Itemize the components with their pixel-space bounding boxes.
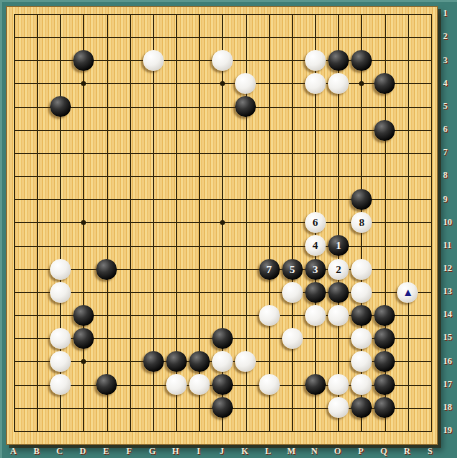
board-cell-Q3[interactable] — [373, 49, 396, 72]
board-cell-M1[interactable] — [281, 3, 304, 26]
board-cell-M4[interactable] — [281, 72, 304, 95]
board-cell-L9[interactable] — [257, 188, 280, 211]
board-cell-E7[interactable] — [95, 142, 118, 165]
board-cell-Q15[interactable] — [373, 327, 396, 350]
board-cell-G13[interactable] — [142, 281, 165, 304]
board-cell-G16[interactable] — [142, 350, 165, 373]
board-cell-B2[interactable] — [26, 26, 49, 49]
board-cell-Q6[interactable] — [373, 119, 396, 142]
board-cell-N15[interactable] — [304, 327, 327, 350]
board-cell-F19[interactable] — [119, 420, 142, 443]
board-cell-E13[interactable] — [95, 281, 118, 304]
board-cell-G5[interactable] — [142, 95, 165, 118]
board-cell-B18[interactable] — [26, 396, 49, 419]
board-cell-N19[interactable] — [304, 420, 327, 443]
board-cell-G9[interactable] — [142, 188, 165, 211]
board-cell-H2[interactable] — [165, 26, 188, 49]
board-cell-L15[interactable] — [257, 327, 280, 350]
board-cell-J11[interactable] — [211, 234, 234, 257]
board-cell-N17[interactable] — [304, 373, 327, 396]
board-cell-L12[interactable]: 7 — [257, 257, 280, 280]
board-cell-P14[interactable] — [350, 304, 373, 327]
board-cell-I14[interactable] — [188, 304, 211, 327]
board-cell-L6[interactable] — [257, 119, 280, 142]
board-cell-N16[interactable] — [304, 350, 327, 373]
board-cell-D8[interactable] — [72, 165, 95, 188]
board-cell-N10[interactable]: 6 — [304, 211, 327, 234]
board-cell-K5[interactable] — [234, 95, 257, 118]
board-cell-A1[interactable] — [3, 3, 26, 26]
board-cell-P16[interactable] — [350, 350, 373, 373]
board-cell-C1[interactable] — [49, 3, 72, 26]
board-cell-D4[interactable] — [72, 72, 95, 95]
board-cell-G7[interactable] — [142, 142, 165, 165]
board-cell-E12[interactable] — [95, 257, 118, 280]
board-cell-Q2[interactable] — [373, 26, 396, 49]
board-cell-Q12[interactable] — [373, 257, 396, 280]
board-cell-I9[interactable] — [188, 188, 211, 211]
board-cell-B11[interactable] — [26, 234, 49, 257]
board-cell-Q14[interactable] — [373, 304, 396, 327]
board-cell-C2[interactable] — [49, 26, 72, 49]
board-cell-P19[interactable] — [350, 420, 373, 443]
board-cell-F16[interactable] — [119, 350, 142, 373]
board-cell-K8[interactable] — [234, 165, 257, 188]
board-cell-H17[interactable] — [165, 373, 188, 396]
board-cell-E2[interactable] — [95, 26, 118, 49]
board-cell-D10[interactable] — [72, 211, 95, 234]
board-cell-I15[interactable] — [188, 327, 211, 350]
board-cell-O12[interactable]: 2 — [327, 257, 350, 280]
board-cell-L5[interactable] — [257, 95, 280, 118]
board-cell-D1[interactable] — [72, 3, 95, 26]
board-cell-C8[interactable] — [49, 165, 72, 188]
board-cell-O5[interactable] — [327, 95, 350, 118]
board-cell-B10[interactable] — [26, 211, 49, 234]
board-cell-L16[interactable] — [257, 350, 280, 373]
board-cell-L19[interactable] — [257, 420, 280, 443]
board-cell-F1[interactable] — [119, 3, 142, 26]
board-cell-O1[interactable] — [327, 3, 350, 26]
board-cell-H3[interactable] — [165, 49, 188, 72]
board-cell-J19[interactable] — [211, 420, 234, 443]
board-cell-F9[interactable] — [119, 188, 142, 211]
board-cell-N11[interactable]: 4 — [304, 234, 327, 257]
board-cell-G10[interactable] — [142, 211, 165, 234]
board-cell-B14[interactable] — [26, 304, 49, 327]
board-cell-I13[interactable] — [188, 281, 211, 304]
board-cell-G11[interactable] — [142, 234, 165, 257]
board-cell-K9[interactable] — [234, 188, 257, 211]
board-cell-A18[interactable] — [3, 396, 26, 419]
board-cell-H16[interactable] — [165, 350, 188, 373]
board-cell-G14[interactable] — [142, 304, 165, 327]
board-cell-Q18[interactable] — [373, 396, 396, 419]
board-cell-H5[interactable] — [165, 95, 188, 118]
board-cell-E15[interactable] — [95, 327, 118, 350]
board-cell-C6[interactable] — [49, 119, 72, 142]
board-cell-J18[interactable] — [211, 396, 234, 419]
board-cell-C11[interactable] — [49, 234, 72, 257]
board-cell-H11[interactable] — [165, 234, 188, 257]
board-cell-H18[interactable] — [165, 396, 188, 419]
board-cell-A9[interactable] — [3, 188, 26, 211]
board-cell-F10[interactable] — [119, 211, 142, 234]
board-cell-E3[interactable] — [95, 49, 118, 72]
board-cell-J17[interactable] — [211, 373, 234, 396]
board-cell-E9[interactable] — [95, 188, 118, 211]
board-cell-K15[interactable] — [234, 327, 257, 350]
board-cell-P2[interactable] — [350, 26, 373, 49]
board-cell-L1[interactable] — [257, 3, 280, 26]
board-cell-R13[interactable]: ▲ — [396, 281, 419, 304]
board-cell-Q19[interactable] — [373, 420, 396, 443]
board-cell-F15[interactable] — [119, 327, 142, 350]
board-cell-I11[interactable] — [188, 234, 211, 257]
board-cell-M7[interactable] — [281, 142, 304, 165]
board-cell-K18[interactable] — [234, 396, 257, 419]
board-cell-K14[interactable] — [234, 304, 257, 327]
board-cell-G3[interactable] — [142, 49, 165, 72]
board-cell-M11[interactable] — [281, 234, 304, 257]
board-cell-L8[interactable] — [257, 165, 280, 188]
board-cell-J12[interactable] — [211, 257, 234, 280]
board-cell-E1[interactable] — [95, 3, 118, 26]
board-cell-R9[interactable] — [396, 188, 419, 211]
board-cell-K11[interactable] — [234, 234, 257, 257]
board-cell-E14[interactable] — [95, 304, 118, 327]
board-cell-H9[interactable] — [165, 188, 188, 211]
board-cell-K12[interactable] — [234, 257, 257, 280]
board-cell-O19[interactable] — [327, 420, 350, 443]
board-cell-J5[interactable] — [211, 95, 234, 118]
board-cell-L10[interactable] — [257, 211, 280, 234]
board-cell-L2[interactable] — [257, 26, 280, 49]
board-cell-L7[interactable] — [257, 142, 280, 165]
board-cell-I6[interactable] — [188, 119, 211, 142]
board-cell-H7[interactable] — [165, 142, 188, 165]
board-cell-R19[interactable] — [396, 420, 419, 443]
board-cell-F6[interactable] — [119, 119, 142, 142]
board-cell-O10[interactable] — [327, 211, 350, 234]
board-cell-R8[interactable] — [396, 165, 419, 188]
board-cell-J9[interactable] — [211, 188, 234, 211]
board-cell-P18[interactable] — [350, 396, 373, 419]
board-cell-N14[interactable] — [304, 304, 327, 327]
board-cell-I2[interactable] — [188, 26, 211, 49]
board-cell-H15[interactable] — [165, 327, 188, 350]
board-cell-L13[interactable] — [257, 281, 280, 304]
board-cell-G15[interactable] — [142, 327, 165, 350]
board-cell-A3[interactable] — [3, 49, 26, 72]
board-cell-C4[interactable] — [49, 72, 72, 95]
board-cell-D18[interactable] — [72, 396, 95, 419]
board-cell-E18[interactable] — [95, 396, 118, 419]
board-cell-M12[interactable]: 5 — [281, 257, 304, 280]
board-cell-Q11[interactable] — [373, 234, 396, 257]
board-cell-L11[interactable] — [257, 234, 280, 257]
board-cell-P5[interactable] — [350, 95, 373, 118]
board-cell-E19[interactable] — [95, 420, 118, 443]
board-cell-F12[interactable] — [119, 257, 142, 280]
board-cell-F4[interactable] — [119, 72, 142, 95]
board-cell-I18[interactable] — [188, 396, 211, 419]
board-cell-H6[interactable] — [165, 119, 188, 142]
board-cell-O17[interactable] — [327, 373, 350, 396]
board-cell-K2[interactable] — [234, 26, 257, 49]
board-cell-O16[interactable] — [327, 350, 350, 373]
board-cell-B9[interactable] — [26, 188, 49, 211]
board-cell-Q9[interactable] — [373, 188, 396, 211]
board-cell-R10[interactable] — [396, 211, 419, 234]
board-cell-R14[interactable] — [396, 304, 419, 327]
board-cell-J7[interactable] — [211, 142, 234, 165]
board-cell-E17[interactable] — [95, 373, 118, 396]
board-cell-D6[interactable] — [72, 119, 95, 142]
board-cell-N9[interactable] — [304, 188, 327, 211]
board-cell-D3[interactable] — [72, 49, 95, 72]
board-cell-P3[interactable] — [350, 49, 373, 72]
board-cell-N5[interactable] — [304, 95, 327, 118]
board-cell-B13[interactable] — [26, 281, 49, 304]
board-cell-F7[interactable] — [119, 142, 142, 165]
board-cell-R11[interactable] — [396, 234, 419, 257]
board-cell-O6[interactable] — [327, 119, 350, 142]
board-cell-N8[interactable] — [304, 165, 327, 188]
board-cell-C18[interactable] — [49, 396, 72, 419]
board-cell-R4[interactable] — [396, 72, 419, 95]
board-cell-K6[interactable] — [234, 119, 257, 142]
board-cell-N4[interactable] — [304, 72, 327, 95]
board-cell-F11[interactable] — [119, 234, 142, 257]
board-cell-I7[interactable] — [188, 142, 211, 165]
board-cell-F13[interactable] — [119, 281, 142, 304]
board-cell-R7[interactable] — [396, 142, 419, 165]
board-cell-D16[interactable] — [72, 350, 95, 373]
board-cell-O8[interactable] — [327, 165, 350, 188]
board-cell-L18[interactable] — [257, 396, 280, 419]
board-cell-R5[interactable] — [396, 95, 419, 118]
board-cell-D12[interactable] — [72, 257, 95, 280]
board-cell-H13[interactable] — [165, 281, 188, 304]
board-cell-A5[interactable] — [3, 95, 26, 118]
board-cell-A11[interactable] — [3, 234, 26, 257]
board-cell-K7[interactable] — [234, 142, 257, 165]
board-cell-L4[interactable] — [257, 72, 280, 95]
board-cell-D11[interactable] — [72, 234, 95, 257]
board-cell-M8[interactable] — [281, 165, 304, 188]
board-cell-K3[interactable] — [234, 49, 257, 72]
board-cell-B1[interactable] — [26, 3, 49, 26]
board-cell-Q4[interactable] — [373, 72, 396, 95]
board-cell-I8[interactable] — [188, 165, 211, 188]
board-cell-Q7[interactable] — [373, 142, 396, 165]
board-cell-G4[interactable] — [142, 72, 165, 95]
board-cell-M10[interactable] — [281, 211, 304, 234]
board-cell-A8[interactable] — [3, 165, 26, 188]
board-cell-J14[interactable] — [211, 304, 234, 327]
board-cell-L3[interactable] — [257, 49, 280, 72]
board-cell-F8[interactable] — [119, 165, 142, 188]
board-cell-I10[interactable] — [188, 211, 211, 234]
board-cell-M5[interactable] — [281, 95, 304, 118]
board-cell-I3[interactable] — [188, 49, 211, 72]
board-cell-B17[interactable] — [26, 373, 49, 396]
board-cell-A6[interactable] — [3, 119, 26, 142]
board-cell-A10[interactable] — [3, 211, 26, 234]
board-cell-P15[interactable] — [350, 327, 373, 350]
board-cell-N2[interactable] — [304, 26, 327, 49]
board-cell-F17[interactable] — [119, 373, 142, 396]
board-cell-B19[interactable] — [26, 420, 49, 443]
board-cell-O4[interactable] — [327, 72, 350, 95]
board-cell-B6[interactable] — [26, 119, 49, 142]
board-cell-H4[interactable] — [165, 72, 188, 95]
board-cell-C17[interactable] — [49, 373, 72, 396]
board-cell-C12[interactable] — [49, 257, 72, 280]
board-cell-M14[interactable] — [281, 304, 304, 327]
board-cell-E11[interactable] — [95, 234, 118, 257]
board-cell-E4[interactable] — [95, 72, 118, 95]
board-cell-H10[interactable] — [165, 211, 188, 234]
board-cell-B5[interactable] — [26, 95, 49, 118]
board-cell-A2[interactable] — [3, 26, 26, 49]
board-cell-A4[interactable] — [3, 72, 26, 95]
board-cell-A16[interactable] — [3, 350, 26, 373]
board-cell-J3[interactable] — [211, 49, 234, 72]
board-cell-D9[interactable] — [72, 188, 95, 211]
board-cell-O3[interactable] — [327, 49, 350, 72]
board-cell-C15[interactable] — [49, 327, 72, 350]
board-cell-R3[interactable] — [396, 49, 419, 72]
board-cell-J8[interactable] — [211, 165, 234, 188]
board-cell-H14[interactable] — [165, 304, 188, 327]
board-cell-K1[interactable] — [234, 3, 257, 26]
board-cell-M16[interactable] — [281, 350, 304, 373]
board-cell-J13[interactable] — [211, 281, 234, 304]
board-cell-J2[interactable] — [211, 26, 234, 49]
board-cell-K16[interactable] — [234, 350, 257, 373]
board-cell-Q8[interactable] — [373, 165, 396, 188]
board-cell-Q10[interactable] — [373, 211, 396, 234]
board-cell-F3[interactable] — [119, 49, 142, 72]
board-cell-I4[interactable] — [188, 72, 211, 95]
board-cell-O15[interactable] — [327, 327, 350, 350]
board-cell-H19[interactable] — [165, 420, 188, 443]
board-cell-O13[interactable] — [327, 281, 350, 304]
board-cell-M17[interactable] — [281, 373, 304, 396]
board-cell-N6[interactable] — [304, 119, 327, 142]
board-cell-D15[interactable] — [72, 327, 95, 350]
board-cell-C13[interactable] — [49, 281, 72, 304]
board-cell-B15[interactable] — [26, 327, 49, 350]
board-cell-E8[interactable] — [95, 165, 118, 188]
board-cell-C9[interactable] — [49, 188, 72, 211]
board-cell-I12[interactable] — [188, 257, 211, 280]
board-cell-E6[interactable] — [95, 119, 118, 142]
go-board[interactable]: 68417532▲ — [6, 6, 438, 445]
board-cell-P8[interactable] — [350, 165, 373, 188]
board-cell-C3[interactable] — [49, 49, 72, 72]
board-cell-A13[interactable] — [3, 281, 26, 304]
board-cell-M15[interactable] — [281, 327, 304, 350]
board-cell-R17[interactable] — [396, 373, 419, 396]
board-cell-H8[interactable] — [165, 165, 188, 188]
board-cell-D19[interactable] — [72, 420, 95, 443]
board-cell-K4[interactable] — [234, 72, 257, 95]
board-cell-E10[interactable] — [95, 211, 118, 234]
board-cell-M19[interactable] — [281, 420, 304, 443]
board-cell-O9[interactable] — [327, 188, 350, 211]
board-cell-J16[interactable] — [211, 350, 234, 373]
board-cell-F2[interactable] — [119, 26, 142, 49]
board-cell-D17[interactable] — [72, 373, 95, 396]
board-cell-G17[interactable] — [142, 373, 165, 396]
board-cell-D14[interactable] — [72, 304, 95, 327]
board-cell-P1[interactable] — [350, 3, 373, 26]
board-cell-A12[interactable] — [3, 257, 26, 280]
board-cell-K10[interactable] — [234, 211, 257, 234]
board-cell-H12[interactable] — [165, 257, 188, 280]
board-cell-N3[interactable] — [304, 49, 327, 72]
board-cell-F18[interactable] — [119, 396, 142, 419]
board-cell-N7[interactable] — [304, 142, 327, 165]
board-cell-C16[interactable] — [49, 350, 72, 373]
board-cell-N18[interactable] — [304, 396, 327, 419]
board-cell-G2[interactable] — [142, 26, 165, 49]
board-cell-F5[interactable] — [119, 95, 142, 118]
board-cell-G8[interactable] — [142, 165, 165, 188]
board-cell-P9[interactable] — [350, 188, 373, 211]
board-cell-B12[interactable] — [26, 257, 49, 280]
board-cell-C19[interactable] — [49, 420, 72, 443]
board-cell-F14[interactable] — [119, 304, 142, 327]
board-cell-R18[interactable] — [396, 396, 419, 419]
board-cell-Q17[interactable] — [373, 373, 396, 396]
board-cell-B7[interactable] — [26, 142, 49, 165]
board-cell-G18[interactable] — [142, 396, 165, 419]
board-cell-P13[interactable] — [350, 281, 373, 304]
board-cell-M13[interactable] — [281, 281, 304, 304]
board-cell-O7[interactable] — [327, 142, 350, 165]
board-cell-N1[interactable] — [304, 3, 327, 26]
board-cell-Q1[interactable] — [373, 3, 396, 26]
board-cell-G12[interactable] — [142, 257, 165, 280]
board-cell-C14[interactable] — [49, 304, 72, 327]
board-cell-L14[interactable] — [257, 304, 280, 327]
board-cell-P12[interactable] — [350, 257, 373, 280]
board-cell-R12[interactable] — [396, 257, 419, 280]
board-cell-J15[interactable] — [211, 327, 234, 350]
board-cell-C10[interactable] — [49, 211, 72, 234]
board-cell-M18[interactable] — [281, 396, 304, 419]
board-cell-R1[interactable] — [396, 3, 419, 26]
board-cell-R2[interactable] — [396, 26, 419, 49]
board-cell-A14[interactable] — [3, 304, 26, 327]
board-cell-O14[interactable] — [327, 304, 350, 327]
board-cell-K19[interactable] — [234, 420, 257, 443]
board-cell-O18[interactable] — [327, 396, 350, 419]
board-cell-B8[interactable] — [26, 165, 49, 188]
board-cell-O11[interactable]: 1 — [327, 234, 350, 257]
board-cell-B3[interactable] — [26, 49, 49, 72]
board-cell-N12[interactable]: 3 — [304, 257, 327, 280]
board-cell-P6[interactable] — [350, 119, 373, 142]
board-cell-I5[interactable] — [188, 95, 211, 118]
board-cell-A15[interactable] — [3, 327, 26, 350]
board-cell-D7[interactable] — [72, 142, 95, 165]
board-cell-E16[interactable] — [95, 350, 118, 373]
